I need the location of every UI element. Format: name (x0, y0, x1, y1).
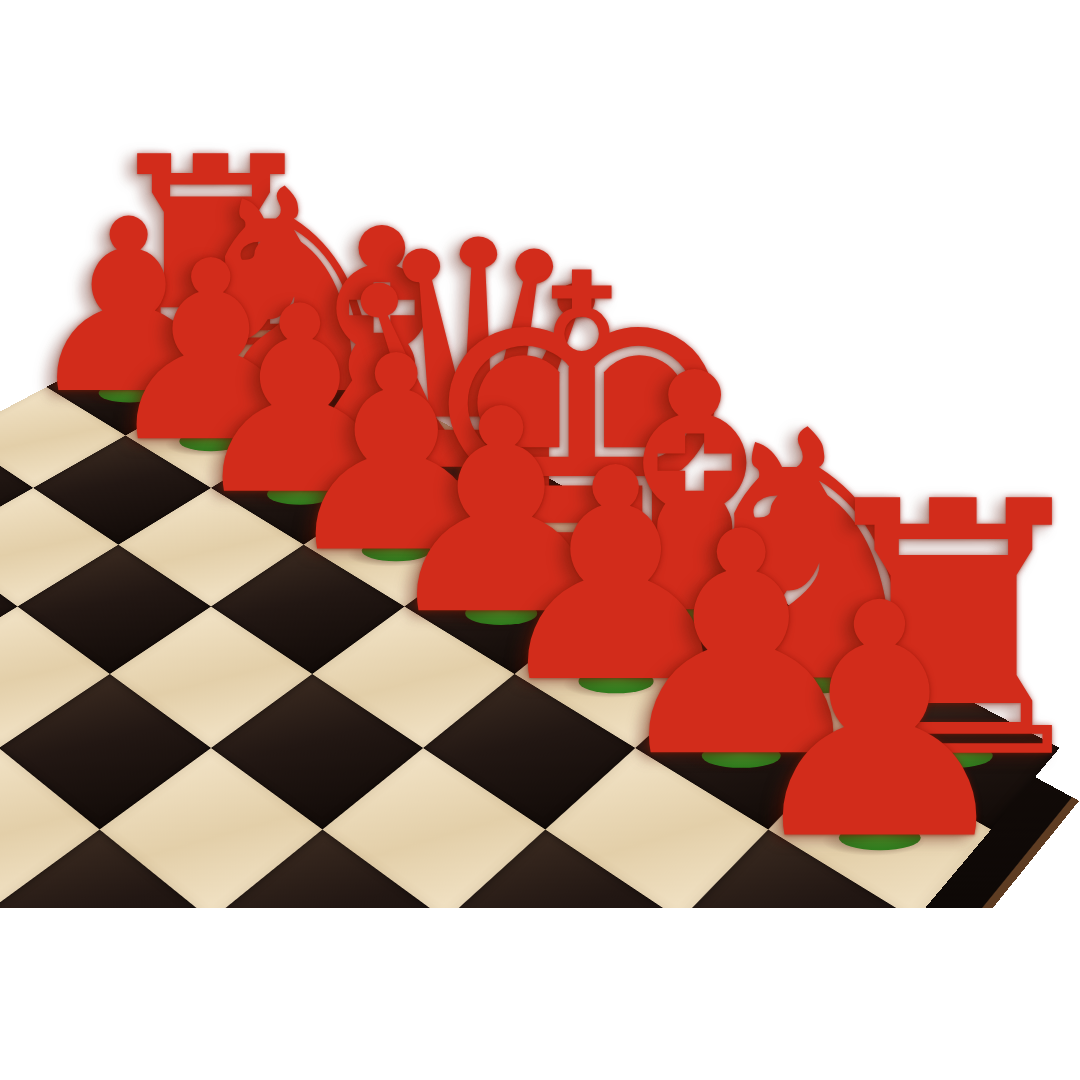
photo-bottom-crop (0, 908, 1080, 1080)
product-photo-stage: ♜♞♝♛♚♝♞♜♟♟♟♟♟♟♟♟ (0, 0, 1080, 1080)
